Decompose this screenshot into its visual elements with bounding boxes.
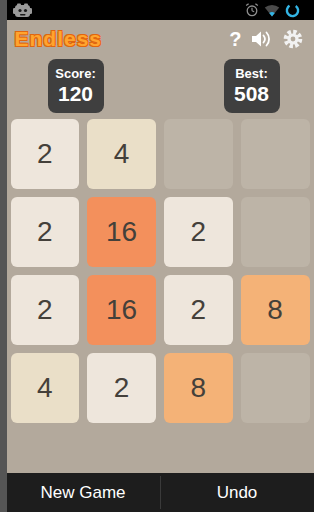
tile-empty: [241, 197, 310, 267]
tile-empty: [241, 119, 310, 189]
wifi-icon: [264, 3, 280, 17]
scores-row: Score: 120 Best: 508: [7, 57, 314, 113]
tile-16: 16: [87, 275, 156, 345]
tile-4: 4: [11, 353, 80, 423]
best-value: 508: [224, 82, 280, 106]
tile-2: 2: [164, 197, 233, 267]
sound-icon[interactable]: [250, 29, 274, 49]
tile-4: 4: [87, 119, 156, 189]
tile-16: 16: [87, 197, 156, 267]
tile-empty: [241, 353, 310, 423]
best-box: Best: 508: [224, 59, 280, 113]
tile-2: 2: [87, 353, 156, 423]
score-value: 120: [48, 82, 104, 106]
settings-gear-icon[interactable]: [282, 28, 304, 50]
bottom-bar: New Game Undo: [7, 473, 314, 512]
tile-2: 2: [11, 275, 80, 345]
score-label: Score:: [48, 66, 104, 81]
undo-button[interactable]: Undo: [161, 473, 314, 512]
alarm-icon: [245, 3, 259, 17]
cyanogenmod-mascot-icon: [13, 3, 32, 18]
new-game-button[interactable]: New Game: [7, 473, 160, 512]
tile-2: 2: [164, 275, 233, 345]
battery-circle-icon: [285, 3, 300, 18]
tile-8: 8: [164, 353, 233, 423]
tile-empty: [164, 119, 233, 189]
best-label: Best:: [224, 66, 280, 81]
app-title: Endless: [15, 27, 103, 51]
score-box: Score: 120: [48, 59, 104, 113]
title-bar: Endless ?: [7, 20, 314, 57]
help-icon[interactable]: ?: [229, 29, 241, 49]
status-bar: [7, 0, 314, 20]
board-grid[interactable]: 24216221628428: [7, 119, 314, 423]
tile-2: 2: [11, 197, 80, 267]
app-screen: Endless ? Score: 120: [7, 0, 314, 512]
tile-2: 2: [11, 119, 80, 189]
tile-8: 8: [241, 275, 310, 345]
